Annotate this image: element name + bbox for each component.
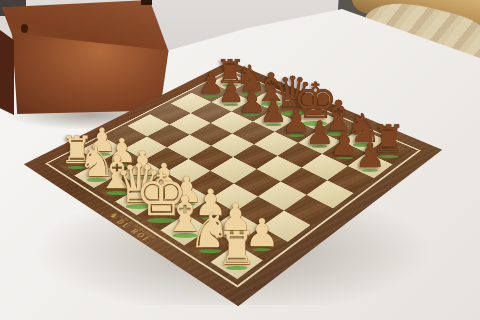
black-pawn-h7[interactable]: ♟ — [355, 139, 385, 173]
chess-photo-scene: ♞ LES ECHIQUIERS DU ROI ♜♞♝♛♚♝♞♜♟♟♟♟♟♟♟♟… — [0, 0, 480, 320]
white-rook-h1[interactable]: ♜ — [216, 226, 256, 271]
piece-glyph: ♟ — [355, 139, 385, 173]
piece-glyph: ♜ — [216, 226, 256, 271]
